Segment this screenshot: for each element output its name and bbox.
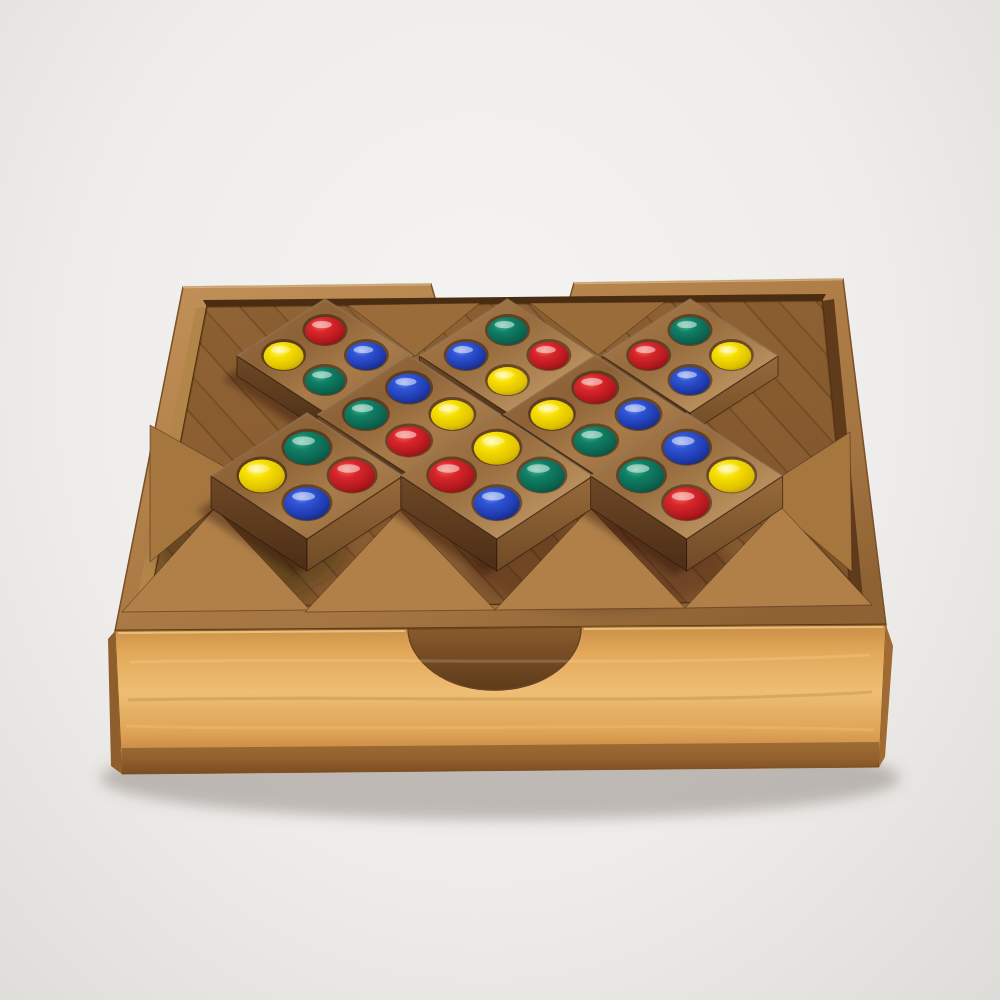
dot-highlight [717, 464, 740, 473]
dot-e-yellow [709, 460, 755, 493]
dot-w-red [429, 460, 475, 493]
dot-s-red [388, 426, 431, 456]
dot-w-green [618, 460, 664, 493]
dot-highlight [527, 464, 550, 473]
dot-highlight [482, 437, 505, 446]
dot-highlight [395, 378, 417, 386]
dot-w-yellow [239, 460, 285, 493]
dot-s-green [305, 367, 345, 395]
dot-s-green [574, 426, 617, 456]
dot-highlight [271, 346, 291, 353]
dot-highlight [677, 321, 697, 328]
dot-s-blue [474, 487, 520, 520]
dot-highlight [495, 371, 515, 378]
dot-highlight [353, 346, 373, 353]
dot-s-red [664, 487, 710, 520]
dot-highlight [672, 492, 695, 501]
dot-e-yellow [431, 400, 474, 430]
dot-highlight [312, 371, 332, 378]
dot-w-red [629, 342, 669, 370]
dot-w-yellow [264, 342, 304, 370]
dot-highlight [536, 346, 556, 353]
dot-highlight [312, 321, 332, 328]
dot-highlight [247, 464, 270, 473]
dot-highlight [352, 404, 374, 412]
dot-highlight [292, 492, 315, 501]
dot-highlight [395, 431, 417, 439]
dot-e-blue [346, 342, 386, 370]
dot-highlight [438, 404, 460, 412]
dot-w-yellow [530, 400, 573, 430]
dot-highlight [538, 404, 560, 412]
dot-s-blue [670, 367, 710, 395]
dot-n-red [305, 317, 345, 345]
dot-highlight [495, 321, 515, 328]
dot-w-blue [446, 342, 486, 370]
dot-highlight [624, 404, 646, 412]
dot-n-blue [388, 374, 431, 404]
dot-e-green [519, 460, 565, 493]
tiles-layer [197, 299, 783, 575]
dot-n-blue [664, 432, 710, 465]
dot-n-green [284, 432, 330, 465]
dot-w-green [344, 400, 387, 430]
dot-e-yellow [711, 342, 751, 370]
dot-highlight [718, 346, 738, 353]
dot-n-green [488, 317, 528, 345]
dot-e-blue [617, 400, 660, 430]
dot-highlight [627, 464, 650, 473]
dot-e-red [329, 460, 375, 493]
dot-highlight [581, 431, 603, 439]
dot-highlight [672, 437, 695, 446]
dot-highlight [453, 346, 473, 353]
dot-highlight [437, 464, 460, 473]
dot-highlight [636, 346, 656, 353]
dot-s-blue [284, 487, 330, 520]
dot-n-red [574, 374, 617, 404]
dot-highlight [581, 378, 603, 386]
dot-n-yellow [474, 432, 520, 465]
dot-highlight [677, 371, 697, 378]
dot-e-red [529, 342, 569, 370]
dot-highlight [337, 464, 360, 473]
dot-highlight [292, 437, 315, 446]
dot-highlight [482, 492, 505, 501]
photo-scene [0, 0, 1000, 1000]
puzzle-box-photo [0, 0, 1000, 1000]
dot-s-yellow [488, 367, 528, 395]
dot-n-green [670, 317, 710, 345]
